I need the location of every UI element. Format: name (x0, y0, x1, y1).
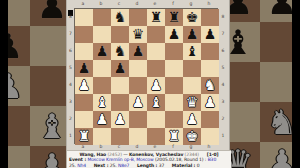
coord-label-3: 3 (67, 93, 74, 110)
moves-line: 25. Nh4 Next : 25. N8e7 Length : 37 Mate… (67, 163, 231, 168)
square-a2 (75, 111, 93, 128)
game-result: [1-0] (207, 152, 219, 157)
piece-black-pawn: ♟ (96, 43, 109, 60)
rank-labels-right: 87654321 (219, 8, 227, 144)
background-piece-queen: ♛ (230, 142, 253, 168)
background-square (30, 26, 66, 66)
square-f5 (165, 60, 183, 77)
piece-white-pawn: ♟ (78, 77, 91, 94)
square-d7: ♛ (129, 26, 147, 43)
material-label: Material : (172, 163, 195, 168)
coord-label-f: f (164, 1, 182, 7)
background-piece-pawn: ♟ (37, 146, 66, 168)
coord-label-1: 1 (67, 127, 74, 144)
square-c3 (111, 94, 129, 111)
piece-black-pawn: ♟ (114, 60, 127, 77)
piece-black-queen: ♛ (132, 26, 145, 43)
background-square (8, 106, 30, 146)
coord-label-4: 4 (219, 76, 227, 93)
square-f2 (165, 111, 183, 128)
blurred-background-left: ♟♟♟♝♟ (8, 0, 66, 168)
square-h5 (201, 60, 219, 77)
next-label: Next : (94, 163, 109, 168)
square-e7 (147, 26, 165, 43)
square-a4: ♟ (75, 77, 93, 94)
length-value: 37 (159, 163, 165, 168)
coord-label-c: c (110, 1, 128, 7)
square-h8 (201, 9, 219, 26)
background-piece-pawn: ♟ (230, 0, 253, 22)
white-player-name: Wang, Hao (80, 152, 107, 157)
background-square (230, 102, 260, 142)
square-a5: ♟ (75, 60, 93, 77)
piece-white-pawn: ♟ (132, 94, 145, 111)
background-piece-pawn: ♟ (267, 142, 292, 168)
square-f3 (165, 94, 183, 111)
square-g3: ♛ (183, 94, 201, 111)
background-square (8, 146, 30, 168)
square-e2 (147, 111, 165, 128)
square-g4 (183, 77, 201, 94)
piece-white-pawn: ♟ (114, 111, 127, 128)
blurred-background-right: ♟♟♝♞♛♟♟ (230, 0, 292, 168)
background-square: ♝ (230, 22, 260, 62)
last-move: Nh4 (77, 163, 86, 168)
black-player-elo: (2344) (185, 152, 199, 157)
background-piece-bishop: ♝ (230, 22, 253, 62)
coord-label-6: 6 (67, 42, 74, 59)
square-c6: ♞ (111, 43, 129, 60)
background-piece-pawn: ♟ (8, 66, 23, 106)
background-piece-pawn: ♟ (267, 0, 292, 22)
piece-white-pawn: ♟ (204, 94, 217, 111)
coord-label-d: d (128, 1, 146, 7)
square-b7 (93, 26, 111, 43)
coord-label-7: 7 (67, 25, 74, 42)
square-f7: ♟ (165, 26, 183, 43)
chess-board: ♞♜♜♚♛♟♟♟♟♞♟♝♟♟♟♟♞♝♟♝♛♟♟♟♟♜♜♚ (74, 8, 218, 144)
square-e3: ♝ (147, 94, 165, 111)
background-piece-knight: ♞ (267, 102, 292, 142)
coord-label-5: 5 (219, 59, 227, 76)
vs-separator: — (123, 152, 127, 157)
square-e1 (147, 128, 165, 145)
background-piece-bishop: ♝ (37, 106, 66, 146)
coord-label-2: 2 (67, 110, 74, 127)
piece-black-pawn: ♟ (186, 26, 199, 43)
square-a7 (75, 26, 93, 43)
black-player-name: Konenkov, Vyacheslav (129, 152, 183, 157)
chess-diagram-panel: abcdefgh 87654321 ♞♜♜♚♛♟♟♟♟♞♟♝♟♟♟♟♞♝♟♝♛♟… (66, 0, 230, 168)
square-a1: ♜ (75, 128, 93, 145)
square-h1 (201, 128, 219, 145)
piece-black-pawn: ♟ (168, 26, 181, 43)
square-b6: ♟ (93, 43, 111, 60)
square-g5 (183, 60, 201, 77)
coord-label-5: 5 (67, 59, 74, 76)
square-d1 (129, 128, 147, 145)
piece-black-king: ♚ (186, 9, 199, 26)
piece-white-bishop: ♝ (150, 94, 163, 111)
square-b1 (93, 128, 111, 145)
square-c1 (111, 128, 129, 145)
square-g2: ♟ (183, 111, 201, 128)
square-d4 (129, 77, 147, 94)
square-f8: ♜ (165, 9, 183, 26)
background-square: ♟ (8, 66, 30, 106)
file-labels-top: abcdefgh (74, 1, 218, 7)
game-info-caption: Wang, Hao (2452) — Konenkov, Vyacheslav … (67, 150, 231, 168)
piece-white-pawn: ♟ (150, 77, 163, 94)
next-move-number: 25. (110, 163, 117, 168)
square-f4 (165, 77, 183, 94)
square-e5 (147, 60, 165, 77)
background-square: ♟ (230, 0, 260, 22)
background-square (260, 22, 292, 62)
event-name-link[interactable]: Moscow Kremlin op-B, Moscow (87, 157, 153, 162)
piece-black-pawn: ♟ (204, 26, 217, 43)
square-c5: ♟ (111, 60, 129, 77)
coord-label-7: 7 (219, 25, 227, 42)
rank-labels-left: 87654321 (67, 8, 74, 144)
square-g6: ♝ (183, 43, 201, 60)
square-b2: ♟ (93, 111, 111, 128)
piece-black-bishop: ♝ (186, 43, 199, 60)
last-move-number: 25. (69, 163, 76, 168)
piece-black-rook: ♜ (150, 9, 163, 26)
eco-code-link[interactable]: B30 (208, 157, 217, 162)
coord-label-4: 4 (67, 76, 74, 93)
square-g8: ♚ (183, 9, 201, 26)
square-h6 (201, 43, 219, 60)
square-e6 (147, 43, 165, 60)
square-g1: ♚ (183, 128, 201, 145)
piece-black-pawn: ♟ (132, 43, 145, 60)
square-c2: ♟ (111, 111, 129, 128)
coord-label-1: 1 (219, 127, 227, 144)
piece-black-pawn: ♟ (78, 60, 91, 77)
square-d8 (129, 9, 147, 26)
square-h7: ♟ (201, 26, 219, 43)
square-e8: ♜ (147, 9, 165, 26)
square-g7: ♟ (183, 26, 201, 43)
event-label: Event : (69, 157, 86, 162)
background-piece-pawn: ♟ (37, 0, 66, 26)
piece-white-pawn: ♟ (186, 111, 199, 128)
background-square: ♝ (30, 106, 66, 146)
background-square (260, 62, 292, 102)
background-square: ♛ (230, 142, 260, 168)
coord-label-e: e (146, 1, 164, 7)
square-b8 (93, 9, 111, 26)
coord-label-3: 3 (219, 93, 227, 110)
square-h3: ♟ (201, 94, 219, 111)
background-square: ♟ (30, 146, 66, 168)
background-square (30, 66, 66, 106)
background-square: ♟ (8, 26, 30, 66)
coord-label-b: b (92, 1, 110, 7)
square-a8 (75, 9, 93, 26)
square-c7 (111, 26, 129, 43)
square-b4 (93, 77, 111, 94)
piece-black-knight: ♞ (114, 43, 127, 60)
event-details: (2005.02.18, Round 1) : (155, 157, 206, 162)
coord-label-8: 8 (219, 8, 227, 25)
background-square (8, 0, 30, 26)
video-frame: ♟♟♟♝♟ ♟♟♝♞♛♟♟ abcdefgh 87654321 ♞♜♜♚♛♟♟♟… (0, 0, 300, 168)
square-a6 (75, 43, 93, 60)
coord-label-g: g (182, 1, 200, 7)
square-c4 (111, 77, 129, 94)
background-board-fragment-right: ♟♟♝♞♛♟♟ (230, 0, 292, 168)
piece-black-rook: ♜ (168, 9, 181, 26)
square-c8: ♞ (111, 9, 129, 26)
piece-white-knight: ♞ (204, 77, 217, 94)
piece-black-knight: ♞ (114, 9, 127, 26)
square-d5 (129, 60, 147, 77)
piece-white-rook: ♜ (168, 128, 181, 145)
background-square: ♟ (260, 0, 292, 22)
square-e4: ♟ (147, 77, 165, 94)
coord-label-6: 6 (219, 42, 227, 59)
piece-white-queen: ♛ (186, 94, 199, 111)
coord-label-2: 2 (219, 110, 227, 127)
background-square: ♞ (260, 102, 292, 142)
coord-label-a: a (74, 1, 92, 7)
square-a3 (75, 94, 93, 111)
next-move: N8e7 (118, 163, 129, 168)
background-board-fragment-left: ♟♟♟♝♟ (8, 0, 66, 168)
coord-label-8: 8 (67, 8, 74, 25)
square-d6: ♟ (129, 43, 147, 60)
square-b5 (93, 60, 111, 77)
square-d2 (129, 111, 147, 128)
background-square (230, 62, 260, 102)
square-h4: ♞ (201, 77, 219, 94)
background-square: ♟ (260, 142, 292, 168)
white-player-elo: (2452) (107, 152, 121, 157)
material-value: 0 (197, 163, 200, 168)
square-b3: ♝ (93, 94, 111, 111)
piece-white-king: ♚ (186, 128, 199, 145)
piece-white-pawn: ♟ (96, 111, 109, 128)
square-f1: ♜ (165, 128, 183, 145)
piece-white-bishop: ♝ (96, 94, 109, 111)
length-label: Length : (137, 163, 157, 168)
square-d3: ♟ (129, 94, 147, 111)
background-square: ♟ (30, 0, 66, 26)
square-f6 (165, 43, 183, 60)
background-piece-pawn: ♟ (8, 26, 23, 66)
coord-label-h: h (200, 1, 218, 7)
square-h2 (201, 111, 219, 128)
piece-white-rook: ♜ (78, 128, 91, 145)
